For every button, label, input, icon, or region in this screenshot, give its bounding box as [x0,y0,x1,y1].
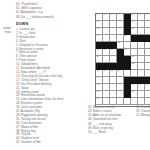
white-cell: 32 [131,63,138,70]
clue-number: 2 [103,14,104,17]
white-cell [110,56,117,63]
white-cell [103,56,110,63]
white-cell: 4 [117,14,124,21]
clue-number: 36 [103,70,106,73]
white-cell [117,21,124,28]
white-cell [117,28,124,35]
white-cell: 51 [131,91,138,98]
white-cell [124,70,131,77]
white-cell: 2 [103,14,110,21]
clue-number: 23 [96,49,99,52]
black-cell [117,49,124,56]
white-cell: 26 [124,49,131,56]
white-cell [131,70,138,77]
clue-number: 20 [124,35,127,38]
white-cell [103,84,110,91]
clue-item: 50. ___ Bank [88,130,134,134]
white-cell [138,91,145,98]
white-cell [110,84,117,91]
clue-item: 52. Moneybags [136,113,150,117]
clue-number: 51 [131,91,134,94]
white-cell: 20 [124,35,131,42]
white-cell: 48 [145,84,150,91]
white-cell [145,56,150,63]
clue-number: 35 [96,70,99,73]
across-clues-tail: 60. "Fourth best"61. GBS's opposite62. A… [16,2,86,19]
white-cell [103,91,110,98]
white-cell [117,77,124,84]
black-cell [131,35,138,42]
white-cell [110,77,117,84]
clue-number: 38 [117,70,120,73]
white-cell [110,28,117,35]
white-cell [103,35,110,42]
black-cell [124,56,131,63]
clue-number: 4 [117,14,118,17]
down-clues-continued-right: 51. Hand balm53. Transmitted52. Moneybag… [136,105,150,118]
white-cell: 24 [103,49,110,56]
white-cell [138,21,145,28]
clue-item: 41. Gardner of film [16,141,88,145]
white-cell [138,63,145,70]
clue-number: 32 [131,63,134,66]
black-cell [124,77,131,84]
clue-number: 1 [96,14,97,17]
clue-number: 19 [96,35,99,38]
white-cell [145,21,150,28]
clue-item: mals [0,31,11,35]
white-cell [110,35,117,42]
clue-number: 53 [96,98,99,101]
clue-number: 50 [96,91,99,94]
white-cell: 19 [96,35,103,42]
white-cell: 6 [138,14,145,21]
clue-number: 7 [145,14,146,17]
black-cell [124,84,131,91]
white-cell [138,56,145,63]
white-cell [145,42,150,49]
crossword-grid: 1234567131416171920222324252627283235363… [95,13,150,107]
down-clues-list: 1. Scottish girl2. In ___ clash3. Banana… [16,28,88,145]
clue-number: 48 [145,84,148,87]
clue-number: 25 [110,49,113,52]
white-cell: 17 [131,28,138,35]
black-cell [124,14,131,21]
white-cell: 27 [96,56,103,63]
clue-number: 13 [96,21,99,24]
clue-number: 17 [131,28,134,31]
white-cell [110,21,117,28]
clue-number: 5 [131,14,132,17]
white-cell [103,21,110,28]
clue-number: 28 [131,56,134,59]
white-cell [145,49,150,56]
white-cell [103,28,110,35]
white-cell [138,42,145,49]
white-cell [110,91,117,98]
white-cell: 36 [103,70,110,77]
cropped-left-column: ondermals [0,27,11,35]
white-cell [103,77,110,84]
down-clues-continued: 42. Mexican moolah43. Eden's cousin45. A… [88,105,134,135]
white-cell [138,70,145,77]
black-cell [124,21,131,28]
clue-number: 3 [110,14,111,17]
white-cell [145,70,150,77]
down-heading: DOWN [16,22,28,26]
black-cell [117,56,124,63]
clue-number: 47 [138,84,141,87]
white-cell: 7 [145,14,150,21]
white-cell [145,91,150,98]
black-cell [124,91,131,98]
white-cell [145,63,150,70]
clue-number: 22 [117,42,120,45]
clue-number: 45 [96,84,99,87]
white-cell [138,28,145,35]
clue-item: 63. Do ___ (without animals) [16,15,86,19]
white-cell [117,84,124,91]
clue-number: 24 [103,49,106,52]
black-cell [138,35,145,42]
white-cell: 3 [110,14,117,21]
white-cell: 37 [110,70,117,77]
clue-number: 16 [96,28,99,31]
clue-number: 40 [96,77,99,80]
clue-number: 46 [131,84,134,87]
white-cell [131,42,138,49]
white-cell [117,91,124,98]
clue-number: 6 [138,14,139,17]
clue-number: 27 [96,56,99,59]
white-cell: 22 [117,42,124,49]
clue-number: 37 [110,70,113,73]
white-cell: 38 [117,70,124,77]
clue-number: 26 [124,49,127,52]
clue-number: 14 [131,21,134,24]
white-cell: 25 [110,49,117,56]
white-cell: 47 [138,84,145,91]
white-cell [145,28,150,35]
white-cell [138,49,145,56]
black-cell [124,63,131,70]
black-cell [145,35,150,42]
